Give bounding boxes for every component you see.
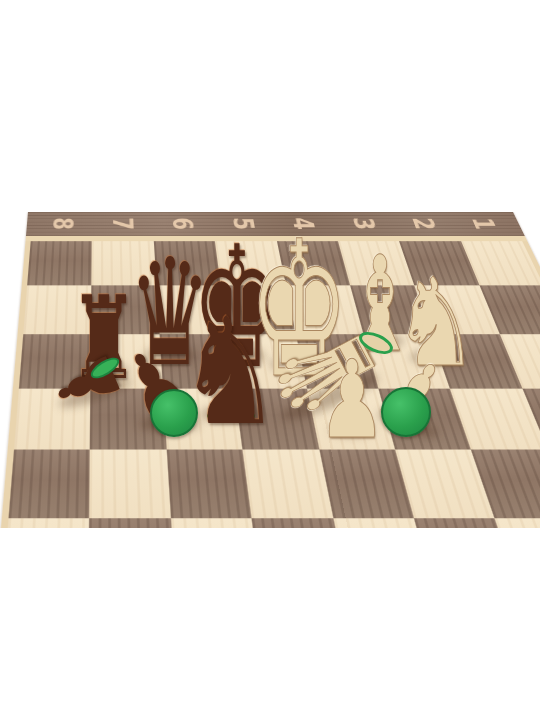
board-square: [163, 389, 243, 450]
board-square: [171, 518, 262, 528]
board-square: [89, 518, 176, 528]
board-square: [2, 518, 89, 528]
board-square: [166, 450, 251, 519]
board-square: [495, 518, 540, 528]
board-square: [156, 285, 227, 334]
board-square: [23, 285, 91, 334]
rank-label-5: 5: [226, 218, 260, 230]
rank-label-3: 3: [346, 218, 381, 230]
board-square: [227, 334, 306, 388]
board-square: [91, 285, 159, 334]
board-square: [154, 241, 221, 285]
board-square: [90, 389, 166, 450]
board-number-border: 87654321: [26, 212, 525, 236]
board-square: [159, 334, 234, 388]
board-square: [243, 450, 333, 519]
rank-label-7: 7: [107, 218, 139, 230]
board-square: [27, 241, 92, 285]
board-scene: 87654321: [0, 212, 540, 528]
board-square: [235, 389, 319, 450]
rank-label-2: 2: [405, 218, 441, 230]
product-photo: 87654321 ♜♛♚♞♟♟♚♝♞♟♛♟: [0, 0, 540, 720]
board-square: [9, 450, 91, 519]
board-square: [90, 450, 171, 519]
board-square: [19, 334, 91, 388]
board-square: [221, 285, 295, 334]
rank-label-6: 6: [166, 218, 199, 230]
rank-label-8: 8: [46, 218, 78, 230]
board-square: [91, 334, 163, 388]
rank-label-1: 1: [465, 218, 502, 230]
chess-board: 87654321: [0, 212, 540, 528]
board-grid: [0, 241, 540, 528]
board-square: [215, 241, 285, 285]
rank-label-4: 4: [286, 218, 320, 230]
board-square: [92, 241, 157, 285]
board-square: [14, 389, 91, 450]
